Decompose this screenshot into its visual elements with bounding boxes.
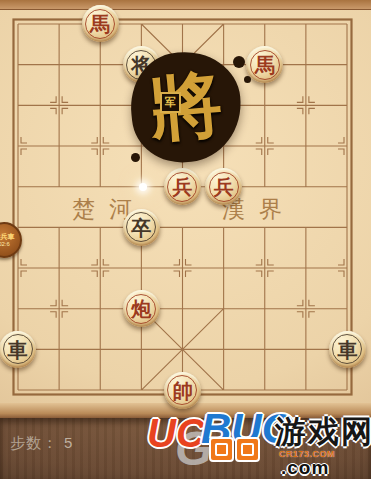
step-counter: 步数：5 bbox=[10, 434, 73, 453]
piece-車-black[interactable]: 車 bbox=[0, 331, 36, 368]
move-sparkle bbox=[139, 183, 147, 191]
piece-兵-red[interactable]: 兵 bbox=[205, 168, 242, 205]
watermark-small-text: CR173.COM bbox=[279, 449, 335, 459]
watermark-logo-box bbox=[235, 437, 260, 462]
piece-character: 馬 bbox=[255, 55, 275, 75]
piece-将-black[interactable]: 将 bbox=[123, 46, 160, 83]
piece-炮-red[interactable]: 炮 bbox=[123, 290, 160, 327]
piece-character: 馬 bbox=[90, 14, 110, 34]
xiangqi-board[interactable]: 楚河 漢界 馬将馬兵兵卒炮車車帥 將 军 大兵車 02:6 bbox=[0, 0, 371, 418]
piece-character: 将 bbox=[131, 55, 151, 75]
piece-character: 兵 bbox=[214, 177, 234, 197]
piece-character: 車 bbox=[337, 340, 357, 360]
watermark-shadow-letter: G bbox=[175, 421, 212, 476]
piece-character: 帥 bbox=[172, 381, 192, 401]
piece-卒-black[interactable]: 卒 bbox=[123, 209, 160, 246]
piece-兵-red[interactable]: 兵 bbox=[164, 168, 201, 205]
watermark-logo-box bbox=[209, 437, 234, 462]
piece-馬-red[interactable]: 馬 bbox=[246, 46, 283, 83]
xiangqi-game-screen: 楚河 漢界 馬将馬兵兵卒炮車車帥 將 军 大兵車 02:6 步数：5 G UC … bbox=[0, 0, 371, 479]
piece-車-black[interactable]: 車 bbox=[329, 331, 366, 368]
watermark-site-name: 游戏网 bbox=[275, 411, 371, 453]
side-badge-line2: 02:6 bbox=[0, 241, 10, 248]
piece-character: 炮 bbox=[131, 299, 151, 319]
pieces-grid[interactable]: 馬将馬兵兵卒炮車車帥 bbox=[0, 4, 368, 411]
piece-character: 兵 bbox=[172, 177, 192, 197]
watermark-uc: UC bbox=[147, 411, 205, 456]
step-counter-label: 步数： bbox=[10, 434, 58, 451]
watermark-dot-com: .com bbox=[281, 457, 329, 479]
side-badge-line1: 大兵車 bbox=[0, 233, 15, 241]
step-counter-value: 5 bbox=[64, 434, 73, 451]
piece-馬-red[interactable]: 馬 bbox=[82, 5, 119, 42]
piece-character: 卒 bbox=[131, 218, 151, 238]
bottom-bar: 步数：5 G UC BUG 游戏网 CR173.COM .com bbox=[0, 418, 371, 479]
piece-character: 車 bbox=[8, 340, 28, 360]
piece-帥-red[interactable]: 帥 bbox=[164, 372, 201, 409]
